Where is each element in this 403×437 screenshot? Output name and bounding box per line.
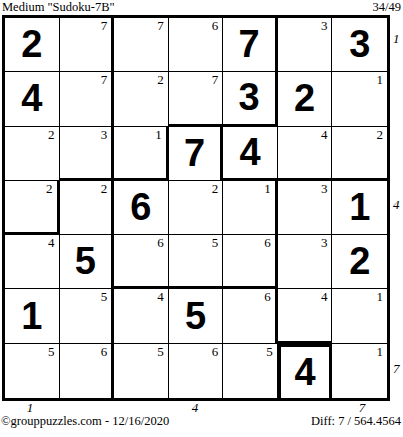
solved-digit: 1	[332, 181, 387, 234]
cell-r1c1[interactable]: 2	[5, 18, 60, 72]
pencil-mark: 2	[48, 127, 55, 142]
cell-r4c3[interactable]: 6	[114, 181, 169, 235]
solved-digit: 2	[332, 235, 387, 288]
pencil-mark: 2	[46, 181, 53, 196]
cell-r3c1[interactable]: 2	[5, 127, 60, 181]
pencil-mark: 6	[157, 235, 164, 250]
difficulty-text: Diff: 7 / 564.4564	[311, 414, 401, 429]
cell-r5c5[interactable]: 6	[223, 235, 278, 289]
cell-r3c7[interactable]: 2	[332, 127, 387, 181]
pencil-mark: 4	[321, 289, 328, 304]
cell-r7c7[interactable]: 1	[332, 344, 387, 398]
progress-counter: 34/49	[373, 0, 401, 14]
cell-r1c7[interactable]: 3	[332, 18, 387, 72]
cell-r2c2[interactable]: 7	[60, 72, 115, 126]
solved-digit: 6	[114, 181, 168, 234]
pencil-mark: 5	[266, 344, 273, 359]
col-label-4: 4	[167, 401, 223, 414]
cell-r5c4[interactable]: 5	[169, 235, 224, 289]
solved-digit: 1	[5, 289, 59, 342]
col-label-7: 7	[334, 401, 390, 414]
pencil-mark: 6	[212, 18, 219, 33]
pencil-mark: 5	[48, 344, 55, 359]
pencil-mark: 1	[377, 72, 384, 87]
pencil-mark: 6	[101, 344, 108, 359]
pencil-mark: 4	[157, 289, 164, 304]
pencil-mark: 2	[377, 127, 384, 142]
pencil-mark: 2	[157, 72, 164, 87]
solved-digit: 5	[169, 289, 223, 342]
copyright-date-text: ©grouppuzzles.com - 12/16/2020	[1, 414, 169, 429]
pencil-mark: 2	[101, 181, 108, 196]
pencil-mark: 5	[101, 289, 108, 304]
cell-r5c7[interactable]: 2	[332, 235, 387, 289]
pencil-mark: 7	[101, 72, 108, 87]
solved-digit: 4	[281, 347, 330, 398]
cell-r5c1[interactable]: 4	[5, 235, 60, 289]
solved-digit: 7	[223, 18, 275, 71]
cell-r2c1[interactable]: 4	[5, 72, 60, 126]
cell-r7c6[interactable]: 4	[278, 344, 333, 398]
pencil-mark: 3	[321, 181, 328, 196]
cell-r7c3[interactable]: 5	[114, 344, 169, 398]
cell-r4c1[interactable]: 2	[5, 181, 60, 235]
pencil-mark: 5	[157, 344, 164, 359]
row-label-7: 7	[393, 362, 403, 377]
cell-r7c2[interactable]: 6	[60, 344, 115, 398]
cell-r4c7[interactable]: 1	[332, 181, 387, 235]
solved-digit: 2	[5, 18, 59, 71]
puzzle-title: Medium "Sudoku-7B"	[2, 0, 115, 14]
pencil-mark: 1	[377, 344, 384, 359]
pencil-mark: 5	[212, 235, 219, 250]
pencil-mark: 6	[264, 235, 271, 250]
cell-r2c7[interactable]: 1	[332, 72, 387, 126]
cell-r5c3[interactable]: 6	[114, 235, 169, 289]
cell-r1c3[interactable]: 7	[114, 18, 169, 72]
cell-r2c4[interactable]: 7	[169, 72, 224, 126]
cell-r4c6[interactable]: 3	[278, 181, 333, 235]
cell-r1c5[interactable]: 7	[223, 18, 278, 72]
cell-r6c5[interactable]: 6	[223, 289, 278, 343]
solved-digit: 3	[223, 72, 275, 123]
cell-r6c7[interactable]: 1	[332, 289, 387, 343]
cell-r6c2[interactable]: 5	[60, 289, 115, 343]
row-label-1: 1	[393, 32, 403, 47]
pencil-mark: 1	[155, 127, 162, 142]
solved-digit: 4	[5, 72, 59, 125]
cell-r5c2[interactable]: 5	[60, 235, 115, 289]
cell-r3c4[interactable]: 7	[169, 127, 224, 181]
solved-digit: 3	[332, 18, 387, 71]
solved-digit: 7	[169, 127, 221, 180]
cell-r1c4[interactable]: 6	[169, 18, 224, 72]
solved-digit: 4	[223, 127, 277, 178]
pencil-mark: 6	[264, 289, 271, 304]
row-label-4: 4	[393, 198, 403, 213]
cell-r7c5[interactable]: 5	[223, 344, 278, 398]
pencil-mark: 3	[101, 127, 108, 142]
cell-r5c6[interactable]: 3	[278, 235, 333, 289]
solved-digit: 2	[278, 72, 332, 125]
pencil-mark: 6	[212, 344, 219, 359]
solved-digit: 5	[60, 235, 112, 288]
cell-r7c1[interactable]: 5	[5, 344, 60, 398]
cell-r2c5[interactable]: 3	[223, 72, 278, 126]
cell-r7c4[interactable]: 6	[169, 344, 224, 398]
cell-r4c2[interactable]: 2	[60, 181, 115, 235]
header: Medium "Sudoku-7B" 34/49	[2, 0, 401, 15]
col-label-1: 1	[2, 401, 58, 414]
pencil-mark: 3	[321, 235, 328, 250]
pencil-mark: 7	[101, 18, 108, 33]
pencil-mark: 7	[157, 18, 164, 33]
cell-r4c4[interactable]: 2	[169, 181, 224, 235]
sudoku-board: 2776733472732123174422262131456563215456…	[2, 15, 390, 401]
cell-r1c6[interactable]: 3	[278, 18, 333, 72]
cell-r3c6[interactable]: 4	[278, 127, 333, 181]
pencil-mark: 4	[321, 127, 328, 142]
cell-r2c3[interactable]: 2	[114, 72, 169, 126]
cell-r3c2[interactable]: 3	[60, 127, 115, 181]
pencil-mark: 1	[264, 181, 271, 196]
cell-r1c2[interactable]: 7	[60, 18, 115, 72]
cell-r6c3[interactable]: 4	[114, 289, 169, 343]
pencil-mark: 7	[212, 72, 219, 87]
footer: ©grouppuzzles.com - 12/16/2020 Diff: 7 /…	[1, 414, 401, 429]
cell-r2c6[interactable]: 2	[278, 72, 333, 126]
pencil-mark: 1	[377, 289, 384, 304]
cell-r6c6[interactable]: 4	[278, 289, 333, 343]
cell-r4c5[interactable]: 1	[223, 181, 278, 235]
cell-r6c4[interactable]: 5	[169, 289, 224, 343]
cell-r3c3[interactable]: 1	[114, 127, 169, 181]
pencil-mark: 3	[321, 18, 328, 33]
cell-r3c5[interactable]: 4	[223, 127, 278, 181]
cell-r6c1[interactable]: 1	[5, 289, 60, 343]
pencil-mark: 2	[212, 181, 219, 196]
pencil-mark: 4	[48, 235, 55, 250]
